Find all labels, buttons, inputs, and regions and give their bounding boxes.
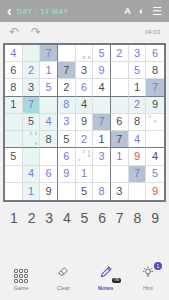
hint-count-badge: 1: [154, 262, 162, 270]
digit: 7: [63, 65, 69, 76]
cell-r7c9[interactable]: 4: [146, 148, 164, 165]
cell-r5c1[interactable]: [5, 114, 23, 131]
cell-r8c5[interactable]: 1: [76, 166, 94, 183]
digit: 4: [46, 116, 52, 127]
digit: 7: [99, 116, 105, 127]
cell-r5c5[interactable]: 9: [76, 114, 94, 131]
toolbar: Game Clear ON Notes: [0, 265, 169, 291]
keypad-2[interactable]: 2: [28, 210, 36, 226]
cell-r8c1[interactable]: [5, 166, 23, 183]
hint-label: Hint: [143, 285, 153, 291]
cell-r3c6[interactable]: 4: [93, 79, 111, 96]
cell-r9c9[interactable]: 9: [146, 183, 164, 200]
digit: 4: [28, 168, 34, 179]
cell-r6c7[interactable]: 7: [111, 131, 129, 148]
keypad-8[interactable]: 8: [133, 210, 141, 226]
cell-r3c8[interactable]: 1: [129, 79, 147, 96]
digit: 5: [134, 65, 140, 76]
cell-r2c1[interactable]: 6: [5, 62, 23, 79]
cell-r8c3[interactable]: 6: [40, 166, 58, 183]
cell-r3c7[interactable]: [111, 79, 129, 96]
pencil-icon: [99, 265, 113, 283]
digit: 5: [81, 186, 87, 197]
pencil-marks: 15: [147, 115, 163, 129]
cell-r2c9[interactable]: 8: [146, 62, 164, 79]
cell-r1c8[interactable]: 3: [129, 45, 147, 62]
cell-r4c1[interactable]: 1: [5, 97, 23, 114]
cell-r2c7[interactable]: [111, 62, 129, 79]
digit: 6: [152, 48, 158, 59]
cell-r9c4[interactable]: [58, 183, 76, 200]
header: ‹ Day : 14 may A ◐ ☰: [0, 0, 169, 22]
bulb-icon: [141, 265, 155, 283]
digit: 7: [152, 82, 158, 93]
cell-r1c7[interactable]: 2: [111, 45, 129, 62]
cell-r8c2[interactable]: 4: [23, 166, 41, 183]
cell-r2c4[interactable]: 7: [58, 62, 76, 79]
digit: 3: [134, 48, 140, 59]
keypad-5[interactable]: 5: [81, 210, 89, 226]
notes-button[interactable]: ON Notes: [88, 265, 124, 291]
cell-r5c3[interactable]: 4: [40, 114, 58, 131]
digit: 2: [134, 99, 140, 110]
digit: 1: [10, 99, 16, 110]
cell-r7c8[interactable]: 9: [129, 148, 147, 165]
cell-r8c4[interactable]: 9: [58, 166, 76, 183]
cell-r6c4[interactable]: 5: [58, 131, 76, 148]
digit: 2: [81, 134, 87, 145]
keypad: 1 2 3 4 5 6 7 8 9: [7, 209, 162, 227]
contrast-icon[interactable]: ◐: [139, 6, 144, 16]
timer: 04:03: [145, 29, 160, 35]
cell-r1c2[interactable]: [23, 45, 41, 62]
cell-r4c5[interactable]: 4: [76, 97, 94, 114]
digit: 5: [99, 48, 105, 59]
keypad-9[interactable]: 9: [151, 210, 159, 226]
cell-r4c2[interactable]: 7: [23, 97, 41, 114]
cell-r6c6[interactable]: 1: [93, 131, 111, 148]
digit: 4: [152, 151, 158, 162]
cell-r1c4[interactable]: [58, 45, 76, 62]
digit: 6: [81, 82, 87, 93]
page-title: Day : 14 may: [17, 8, 117, 15]
cell-r1c1[interactable]: 4: [5, 45, 23, 62]
game-button[interactable]: Game: [3, 269, 39, 291]
digit: 9: [152, 186, 158, 197]
cell-r1c5[interactable]: 89: [76, 45, 94, 62]
cell-r5c9[interactable]: 15: [146, 114, 164, 131]
cell-r7c2[interactable]: [23, 148, 41, 165]
digit: 1: [116, 151, 122, 162]
cell-r5c8[interactable]: 8: [129, 114, 147, 131]
keypad-3[interactable]: 3: [45, 210, 53, 226]
grid-icon: [14, 269, 28, 283]
cell-r5c2[interactable]: 5: [23, 114, 41, 131]
digit: 5: [152, 168, 158, 179]
cell-r9c3[interactable]: 9: [40, 183, 58, 200]
digit: 3: [63, 116, 69, 127]
cell-r6c9[interactable]: [146, 131, 164, 148]
keypad-6[interactable]: 6: [98, 210, 106, 226]
digit: 2: [28, 65, 34, 76]
digit: 1: [81, 168, 87, 179]
digit: 8: [152, 65, 158, 76]
menu-icon[interactable]: ☰: [152, 5, 162, 18]
cell-r9c5[interactable]: 5: [76, 183, 94, 200]
digit: 8: [46, 134, 52, 145]
digit: 3: [116, 186, 122, 197]
digit: 7: [46, 48, 52, 59]
digit: 9: [99, 65, 105, 76]
cell-r4c4[interactable]: 8: [58, 97, 76, 114]
cell-r8c6[interactable]: [93, 166, 111, 183]
notes-on-badge: ON: [112, 278, 120, 284]
cell-r5c6[interactable]: 7: [93, 114, 111, 131]
cell-r7c5[interactable]: 2367: [76, 148, 94, 165]
cell-r4c8[interactable]: 2: [129, 97, 147, 114]
digit: 1: [46, 65, 52, 76]
digit: 1: [99, 134, 105, 145]
eraser-icon: [56, 265, 70, 283]
digit: 1: [134, 82, 140, 93]
cell-r2c5[interactable]: 3: [76, 62, 94, 79]
digit: 9: [81, 116, 87, 127]
cell-r4c6[interactable]: [93, 97, 111, 114]
digit: 7: [116, 134, 122, 145]
cell-r6c3[interactable]: 8: [40, 131, 58, 148]
digit: 9: [152, 99, 158, 110]
cell-r2c3[interactable]: 1: [40, 62, 58, 79]
cell-r3c9[interactable]: 7: [146, 79, 164, 96]
cell-r1c6[interactable]: 5: [93, 45, 111, 62]
cell-r7c1[interactable]: 5: [5, 148, 23, 165]
cell-r4c9[interactable]: 9: [146, 97, 164, 114]
clear-button[interactable]: Clear: [45, 265, 81, 291]
digit: 7: [28, 99, 34, 110]
digit: 8: [99, 186, 105, 197]
digit: 8: [63, 99, 69, 110]
cell-r1c3[interactable]: 7: [40, 45, 58, 62]
undo-icon[interactable]: ↶: [9, 25, 19, 39]
cell-r6c2[interactable]: 239: [23, 131, 41, 148]
digit: 6: [116, 116, 122, 127]
digit: 4: [10, 48, 16, 59]
cell-r9c7[interactable]: 3: [111, 183, 129, 200]
cell-r5c7[interactable]: 6: [111, 114, 129, 131]
pencil-marks: 2367: [77, 149, 92, 163]
cell-r3c3[interactable]: 5: [40, 79, 58, 96]
cell-r4c7[interactable]: [111, 97, 129, 114]
digit: 3: [99, 151, 105, 162]
cell-r8c8[interactable]: 7: [129, 166, 147, 183]
cell-r6c5[interactable]: 2: [76, 131, 94, 148]
digit: 5: [28, 116, 34, 127]
cell-r7c7[interactable]: 1: [111, 148, 129, 165]
keypad-1[interactable]: 1: [10, 210, 18, 226]
sudoku-app: ‹ Day : 14 may A ◐ ☰ ↶ ↷ 04:03 478952366…: [0, 0, 169, 300]
digit: 5: [63, 134, 69, 145]
cell-r3c1[interactable]: 8: [5, 79, 23, 96]
font-size-icon[interactable]: A: [124, 6, 131, 16]
cell-r6c1[interactable]: [5, 131, 23, 148]
cell-r9c2[interactable]: 1: [23, 183, 41, 200]
digit: 9: [63, 168, 69, 179]
redo-icon[interactable]: ↷: [31, 25, 41, 39]
digit: 8: [134, 116, 140, 127]
notes-label: Notes: [98, 285, 113, 291]
cell-r9c1[interactable]: [5, 183, 23, 200]
keypad-7[interactable]: 7: [116, 210, 124, 226]
digit: 3: [81, 65, 87, 76]
cell-r6c8[interactable]: 4: [129, 131, 147, 148]
pencil-marks: 239: [24, 132, 39, 146]
pencil-marks: 89: [77, 46, 92, 60]
hint-button[interactable]: 1 Hint: [130, 265, 166, 291]
cell-r8c9[interactable]: 5: [146, 166, 164, 183]
cell-r7c3[interactable]: [40, 148, 58, 165]
digit: 9: [46, 186, 52, 197]
cell-r2c2[interactable]: 2: [23, 62, 41, 79]
cell-r3c2[interactable]: 3: [23, 79, 41, 96]
digit: 6: [10, 65, 16, 76]
digit: 8: [10, 82, 16, 93]
digit: 6: [46, 168, 52, 179]
back-icon[interactable]: ‹: [7, 1, 12, 21]
digit: 2: [63, 82, 69, 93]
digit: 6: [63, 151, 69, 162]
digit: 1: [28, 186, 34, 197]
digit: 4: [81, 99, 87, 110]
digit: 5: [46, 82, 52, 93]
cell-r1c9[interactable]: 6: [146, 45, 164, 62]
digit: 5: [10, 151, 16, 162]
cell-r7c4[interactable]: 6: [58, 148, 76, 165]
digit: 2: [116, 48, 122, 59]
status-bar: ↶ ↷ 04:03: [0, 22, 169, 42]
digit: 9: [134, 151, 140, 162]
clear-label: Clear: [57, 285, 70, 291]
keypad-4[interactable]: 4: [63, 210, 71, 226]
cell-r3c4[interactable]: 2: [58, 79, 76, 96]
cell-r9c8[interactable]: [129, 183, 147, 200]
cell-r2c8[interactable]: 5: [129, 62, 147, 79]
digit: 4: [134, 134, 140, 145]
cell-r8c7[interactable]: [111, 166, 129, 183]
cell-r7c6[interactable]: 3: [93, 148, 111, 165]
cell-r4c3[interactable]: [40, 97, 58, 114]
cell-r5c4[interactable]: 3: [58, 114, 76, 131]
digit: 3: [28, 82, 34, 93]
cell-r3c5[interactable]: 6: [76, 79, 94, 96]
sudoku-board: 4789523662173958835264171784295439768152…: [3, 43, 166, 202]
game-label: Game: [14, 285, 29, 291]
cell-r9c6[interactable]: 8: [93, 183, 111, 200]
digit: 7: [134, 168, 140, 179]
digit: 4: [99, 82, 105, 93]
cell-r2c6[interactable]: 9: [93, 62, 111, 79]
